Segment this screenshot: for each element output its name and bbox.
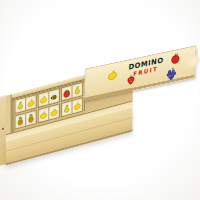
bee-icon xyxy=(48,89,59,104)
pineapple-icon xyxy=(16,114,26,129)
pear-icon xyxy=(16,98,26,113)
lemon-icon xyxy=(25,95,36,110)
pear-icon xyxy=(62,101,72,116)
pineapple-icon xyxy=(25,111,36,126)
lemon-icon xyxy=(39,92,49,107)
wood-knot xyxy=(186,53,200,69)
product-photo: DOMINO FRUIT xyxy=(0,0,200,200)
lemon-icon xyxy=(106,67,119,83)
lemon-icon xyxy=(39,107,49,122)
lemon-icon xyxy=(72,98,83,113)
box-left-wall xyxy=(6,94,12,135)
lid-title: DOMINO FRUIT xyxy=(124,56,167,79)
grapes-icon xyxy=(164,64,178,82)
tomato-icon xyxy=(62,86,72,101)
sliding-lid: DOMINO FRUIT xyxy=(83,45,196,101)
lemon-icon xyxy=(48,105,59,120)
pear-icon xyxy=(72,83,83,98)
nail-dot xyxy=(2,128,4,131)
